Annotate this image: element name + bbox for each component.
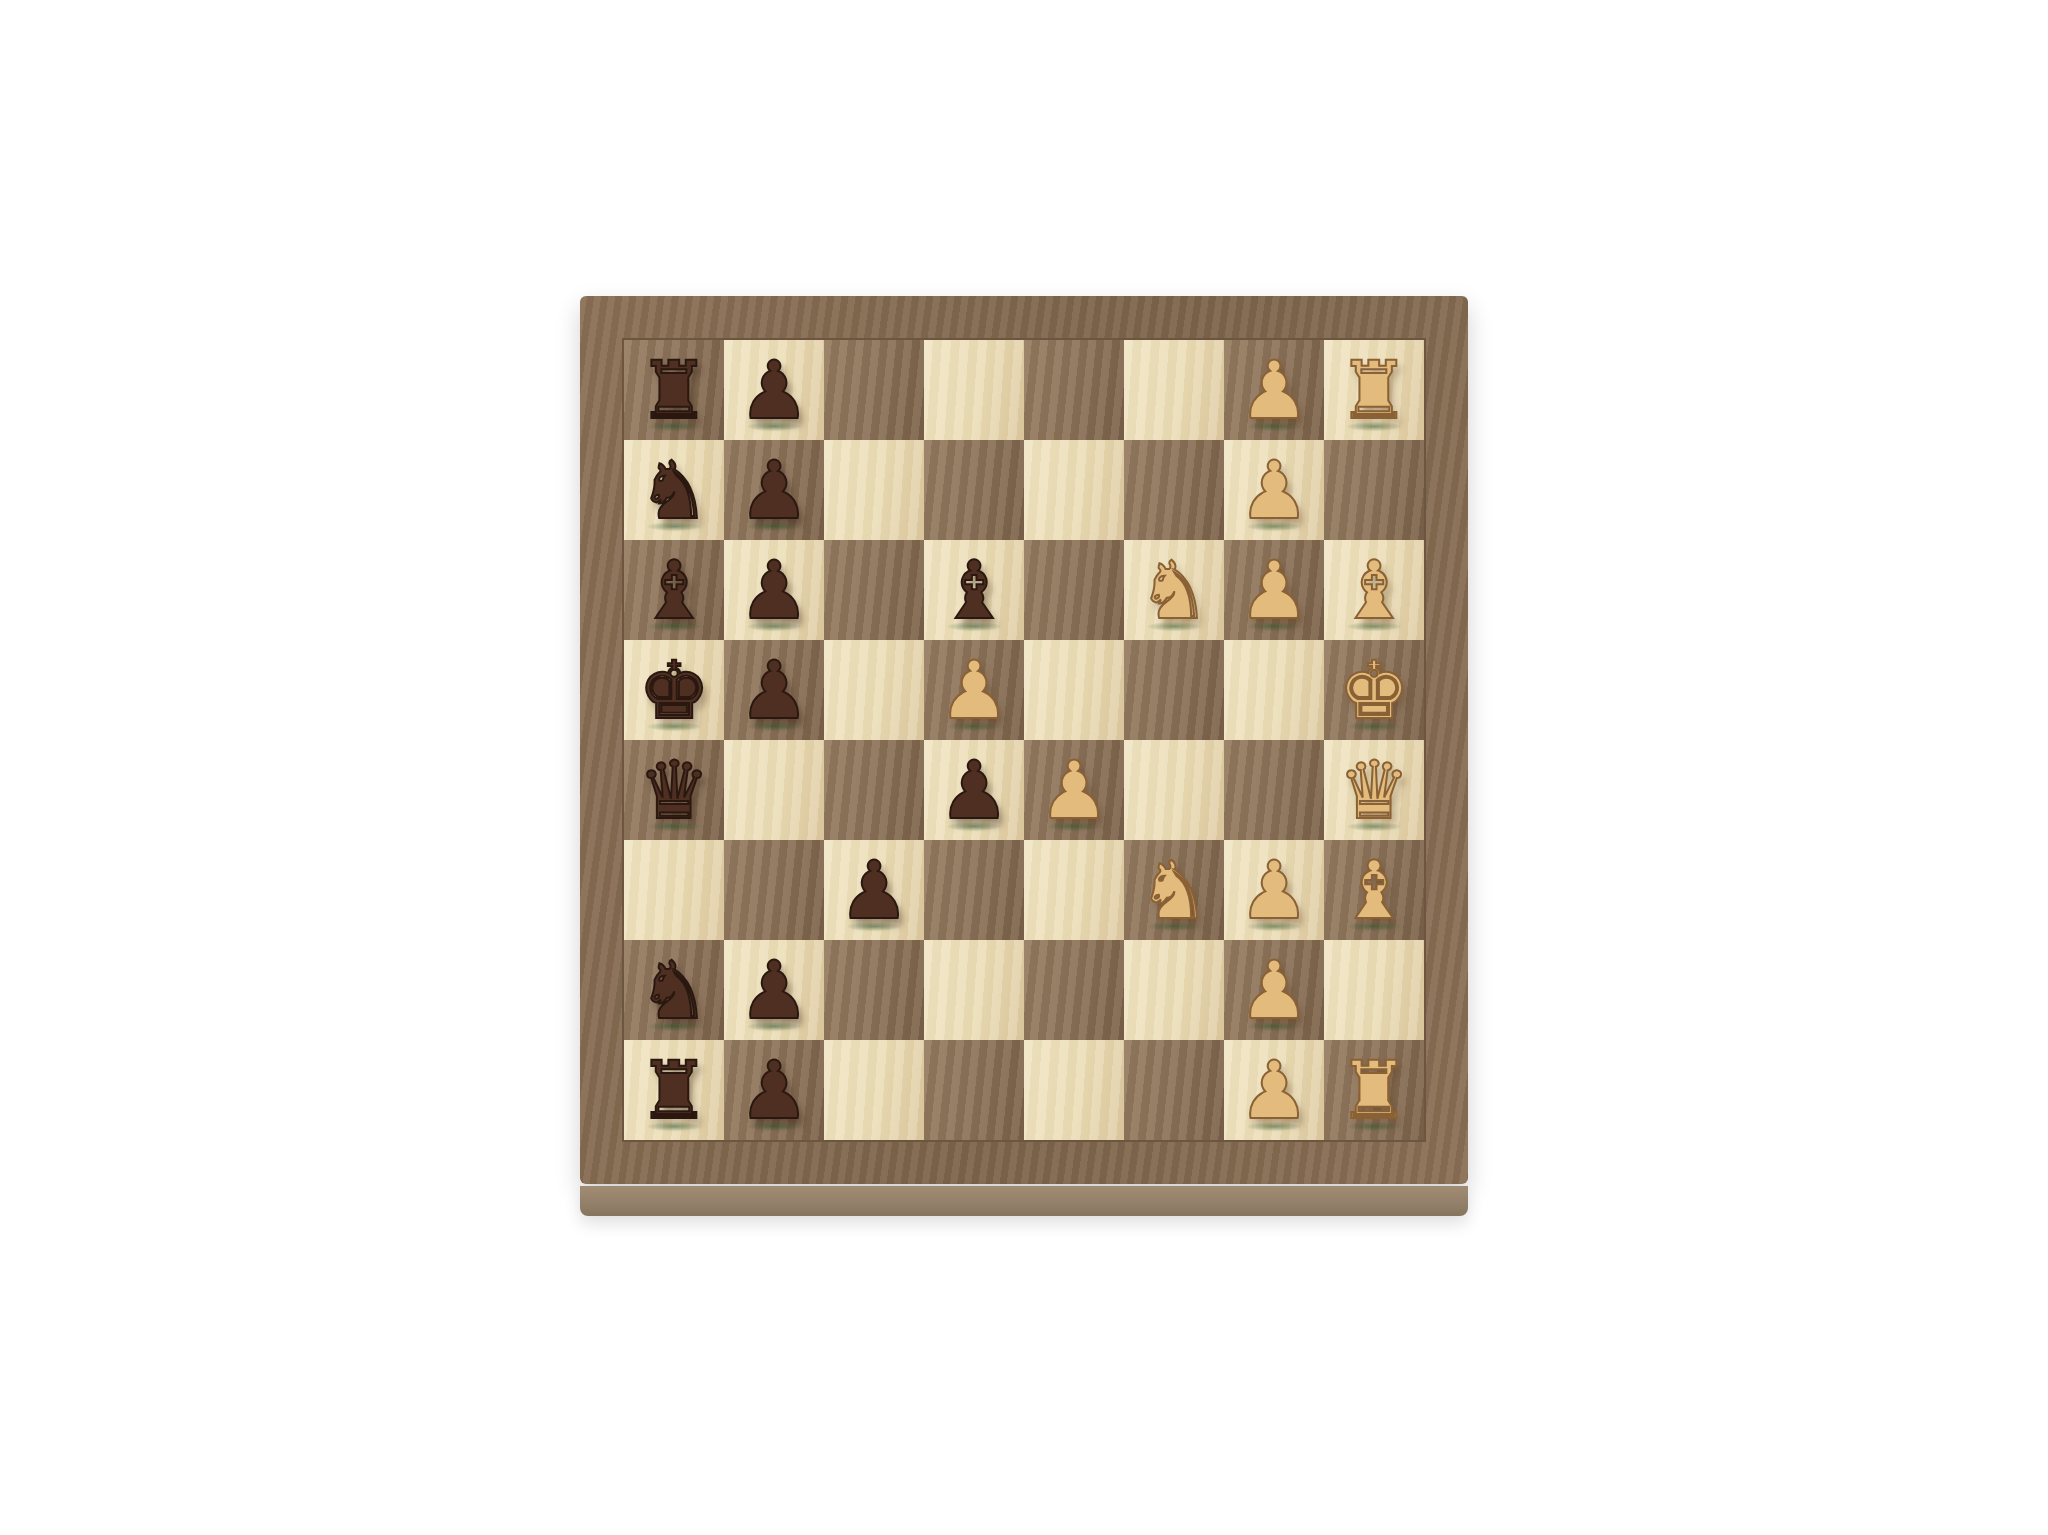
square-f5: ♝ [924, 540, 1024, 640]
square-c7 [724, 840, 824, 940]
square-d4: ♟ [1024, 740, 1124, 840]
black-pawn-g7: ♟ [724, 440, 824, 540]
square-b8: ♞ [624, 940, 724, 1040]
square-g7: ♟ [724, 440, 824, 540]
square-e5: ♟ [924, 640, 1024, 740]
square-b7: ♟ [724, 940, 824, 1040]
square-f6 [824, 540, 924, 640]
white-pawn-c2: ♟ [1224, 840, 1324, 940]
square-d7 [724, 740, 824, 840]
square-h3 [1124, 340, 1224, 440]
black-rook-a8: ♜ [624, 1040, 724, 1140]
black-king-e8: ♚ [624, 640, 724, 740]
board-wrapper: ♜♟♟♜♞♟♟♝♟♝♞♟♝♚♟♟♚♛♟♟♛♟♞♟♝♞♟♟♜♟♟♜ [580, 296, 1468, 1216]
square-g8: ♞ [624, 440, 724, 540]
white-pawn-a2: ♟ [1224, 1040, 1324, 1140]
black-rook-h8: ♜ [624, 340, 724, 440]
square-e3 [1124, 640, 1224, 740]
square-f7: ♟ [724, 540, 824, 640]
square-f3: ♞ [1124, 540, 1224, 640]
black-bishop-f5: ♝ [924, 540, 1024, 640]
chess-board-frame: ♜♟♟♜♞♟♟♝♟♝♞♟♝♚♟♟♚♛♟♟♛♟♞♟♝♞♟♟♜♟♟♜ [580, 296, 1468, 1184]
square-a7: ♟ [724, 1040, 824, 1140]
square-h5 [924, 340, 1024, 440]
square-d8: ♛ [624, 740, 724, 840]
white-pawn-f2: ♟ [1224, 540, 1324, 640]
white-knight-c3: ♞ [1124, 840, 1224, 940]
white-bishop-f1: ♝ [1324, 540, 1424, 640]
white-pawn-e5: ♟ [924, 640, 1024, 740]
square-f1: ♝ [1324, 540, 1424, 640]
black-pawn-e7: ♟ [724, 640, 824, 740]
white-bishop-c1: ♝ [1324, 840, 1424, 940]
square-g3 [1124, 440, 1224, 540]
square-e2 [1224, 640, 1324, 740]
square-h6 [824, 340, 924, 440]
square-d6 [824, 740, 924, 840]
square-a4 [1024, 1040, 1124, 1140]
white-pawn-g2: ♟ [1224, 440, 1324, 540]
black-bishop-f8: ♝ [624, 540, 724, 640]
black-pawn-d5: ♟ [924, 740, 1024, 840]
square-b5 [924, 940, 1024, 1040]
white-king-e1: ♚ [1324, 640, 1424, 740]
square-a1: ♜ [1324, 1040, 1424, 1140]
square-h8: ♜ [624, 340, 724, 440]
white-rook-h1: ♜ [1324, 340, 1424, 440]
square-c1: ♝ [1324, 840, 1424, 940]
white-pawn-h2: ♟ [1224, 340, 1324, 440]
square-g5 [924, 440, 1024, 540]
square-b1 [1324, 940, 1424, 1040]
square-e8: ♚ [624, 640, 724, 740]
white-pawn-b2: ♟ [1224, 940, 1324, 1040]
square-c2: ♟ [1224, 840, 1324, 940]
square-e1: ♚ [1324, 640, 1424, 740]
square-d1: ♛ [1324, 740, 1424, 840]
square-f8: ♝ [624, 540, 724, 640]
square-h7: ♟ [724, 340, 824, 440]
square-f2: ♟ [1224, 540, 1324, 640]
square-g6 [824, 440, 924, 540]
square-c3: ♞ [1124, 840, 1224, 940]
square-h1: ♜ [1324, 340, 1424, 440]
black-knight-g8: ♞ [624, 440, 724, 540]
square-g4 [1024, 440, 1124, 540]
board-front-edge [580, 1186, 1468, 1216]
black-pawn-f7: ♟ [724, 540, 824, 640]
black-pawn-c6: ♟ [824, 840, 924, 940]
square-a3 [1124, 1040, 1224, 1140]
square-a8: ♜ [624, 1040, 724, 1140]
black-knight-b8: ♞ [624, 940, 724, 1040]
square-f4 [1024, 540, 1124, 640]
white-knight-f3: ♞ [1124, 540, 1224, 640]
white-queen-d1: ♛ [1324, 740, 1424, 840]
square-c6: ♟ [824, 840, 924, 940]
square-c4 [1024, 840, 1124, 940]
square-a2: ♟ [1224, 1040, 1324, 1140]
black-queen-d8: ♛ [624, 740, 724, 840]
black-pawn-h7: ♟ [724, 340, 824, 440]
square-e6 [824, 640, 924, 740]
square-c5 [924, 840, 1024, 940]
square-h4 [1024, 340, 1124, 440]
square-h2: ♟ [1224, 340, 1324, 440]
white-pawn-d4: ♟ [1024, 740, 1124, 840]
square-b2: ♟ [1224, 940, 1324, 1040]
chess-set-photo: ♜♟♟♜♞♟♟♝♟♝♞♟♝♚♟♟♚♛♟♟♛♟♞♟♝♞♟♟♜♟♟♜ [0, 0, 2048, 1535]
square-d3 [1124, 740, 1224, 840]
square-b3 [1124, 940, 1224, 1040]
square-c8 [624, 840, 724, 940]
black-pawn-b7: ♟ [724, 940, 824, 1040]
white-rook-a1: ♜ [1324, 1040, 1424, 1140]
square-b4 [1024, 940, 1124, 1040]
black-pawn-a7: ♟ [724, 1040, 824, 1140]
square-e7: ♟ [724, 640, 824, 740]
square-a5 [924, 1040, 1024, 1140]
square-d5: ♟ [924, 740, 1024, 840]
square-e4 [1024, 640, 1124, 740]
chess-board: ♜♟♟♜♞♟♟♝♟♝♞♟♝♚♟♟♚♛♟♟♛♟♞♟♝♞♟♟♜♟♟♜ [624, 340, 1424, 1140]
square-g1 [1324, 440, 1424, 540]
square-a6 [824, 1040, 924, 1140]
square-b6 [824, 940, 924, 1040]
square-g2: ♟ [1224, 440, 1324, 540]
square-d2 [1224, 740, 1324, 840]
